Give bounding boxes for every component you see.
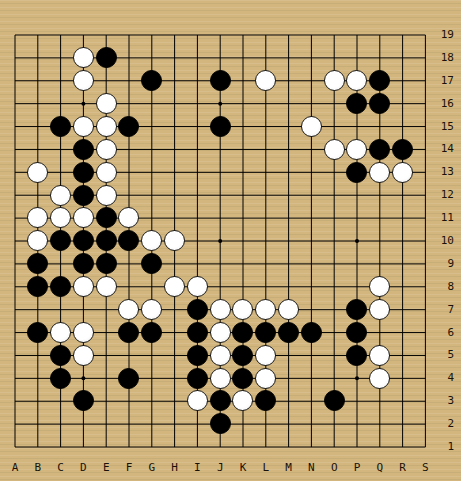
intersection-K17[interactable] bbox=[232, 69, 255, 92]
intersection-R8[interactable] bbox=[391, 275, 414, 298]
intersection-R18[interactable] bbox=[391, 46, 414, 69]
intersection-P12[interactable] bbox=[346, 184, 369, 207]
intersection-M5[interactable] bbox=[277, 344, 300, 367]
intersection-K10[interactable] bbox=[232, 229, 255, 252]
intersection-N5[interactable] bbox=[300, 344, 323, 367]
intersection-A18[interactable] bbox=[4, 46, 27, 69]
intersection-B12[interactable] bbox=[26, 184, 49, 207]
intersection-B13[interactable] bbox=[26, 161, 49, 184]
intersection-P3[interactable] bbox=[346, 390, 369, 413]
intersection-J18[interactable] bbox=[209, 46, 232, 69]
intersection-D5[interactable] bbox=[72, 344, 95, 367]
intersection-E2[interactable] bbox=[95, 412, 118, 435]
intersection-L10[interactable] bbox=[254, 229, 277, 252]
intersection-L6[interactable] bbox=[254, 321, 277, 344]
intersection-J1[interactable] bbox=[209, 435, 232, 458]
intersection-P7[interactable] bbox=[346, 298, 369, 321]
intersection-M8[interactable] bbox=[277, 275, 300, 298]
intersection-C11[interactable] bbox=[49, 207, 72, 230]
intersection-L1[interactable] bbox=[254, 435, 277, 458]
intersection-M7[interactable] bbox=[277, 298, 300, 321]
intersection-D10[interactable] bbox=[72, 229, 95, 252]
intersection-H13[interactable] bbox=[163, 161, 186, 184]
intersection-N2[interactable] bbox=[300, 412, 323, 435]
intersection-E17[interactable] bbox=[95, 69, 118, 92]
intersection-K5[interactable] bbox=[232, 344, 255, 367]
intersection-K8[interactable] bbox=[232, 275, 255, 298]
intersection-K19[interactable] bbox=[232, 24, 255, 47]
intersection-F9[interactable] bbox=[118, 252, 141, 275]
intersection-Q14[interactable] bbox=[368, 138, 391, 161]
intersection-E12[interactable] bbox=[95, 184, 118, 207]
intersection-G13[interactable] bbox=[140, 161, 163, 184]
intersection-R5[interactable] bbox=[391, 344, 414, 367]
intersection-L13[interactable] bbox=[254, 161, 277, 184]
intersection-A11[interactable] bbox=[4, 207, 27, 230]
intersection-N17[interactable] bbox=[300, 69, 323, 92]
intersection-D17[interactable] bbox=[72, 69, 95, 92]
intersection-B16[interactable] bbox=[26, 92, 49, 115]
intersection-B15[interactable] bbox=[26, 115, 49, 138]
intersection-I18[interactable] bbox=[186, 46, 209, 69]
intersection-Q8[interactable] bbox=[368, 275, 391, 298]
intersection-E4[interactable] bbox=[95, 367, 118, 390]
intersection-O11[interactable] bbox=[323, 207, 346, 230]
intersection-R2[interactable] bbox=[391, 412, 414, 435]
intersection-R1[interactable] bbox=[391, 435, 414, 458]
intersection-O13[interactable] bbox=[323, 161, 346, 184]
intersection-G9[interactable] bbox=[140, 252, 163, 275]
intersection-N14[interactable] bbox=[300, 138, 323, 161]
intersection-E15[interactable] bbox=[95, 115, 118, 138]
intersection-M13[interactable] bbox=[277, 161, 300, 184]
intersection-J3[interactable] bbox=[209, 390, 232, 413]
intersection-Q7[interactable] bbox=[368, 298, 391, 321]
intersection-D11[interactable] bbox=[72, 207, 95, 230]
intersection-E6[interactable] bbox=[95, 321, 118, 344]
intersection-C5[interactable] bbox=[49, 344, 72, 367]
intersection-B17[interactable] bbox=[26, 69, 49, 92]
intersection-J12[interactable] bbox=[209, 184, 232, 207]
intersection-Q2[interactable] bbox=[368, 412, 391, 435]
intersection-E18[interactable] bbox=[95, 46, 118, 69]
intersection-H3[interactable] bbox=[163, 390, 186, 413]
intersection-L8[interactable] bbox=[254, 275, 277, 298]
intersection-H14[interactable] bbox=[163, 138, 186, 161]
intersection-G14[interactable] bbox=[140, 138, 163, 161]
intersection-M19[interactable] bbox=[277, 24, 300, 47]
intersection-O12[interactable] bbox=[323, 184, 346, 207]
intersection-O3[interactable] bbox=[323, 390, 346, 413]
intersection-C16[interactable] bbox=[49, 92, 72, 115]
intersection-P2[interactable] bbox=[346, 412, 369, 435]
intersection-O14[interactable] bbox=[323, 138, 346, 161]
intersection-J13[interactable] bbox=[209, 161, 232, 184]
intersection-L5[interactable] bbox=[254, 344, 277, 367]
intersection-J17[interactable] bbox=[209, 69, 232, 92]
intersection-J8[interactable] bbox=[209, 275, 232, 298]
intersection-L17[interactable] bbox=[254, 69, 277, 92]
intersection-R16[interactable] bbox=[391, 92, 414, 115]
intersection-P4[interactable] bbox=[346, 367, 369, 390]
intersection-G17[interactable] bbox=[140, 69, 163, 92]
intersection-N4[interactable] bbox=[300, 367, 323, 390]
intersection-D13[interactable] bbox=[72, 161, 95, 184]
intersection-P10[interactable] bbox=[346, 229, 369, 252]
intersection-K12[interactable] bbox=[232, 184, 255, 207]
intersection-M17[interactable] bbox=[277, 69, 300, 92]
intersection-F2[interactable] bbox=[118, 412, 141, 435]
intersection-K16[interactable] bbox=[232, 92, 255, 115]
intersection-G5[interactable] bbox=[140, 344, 163, 367]
intersection-I14[interactable] bbox=[186, 138, 209, 161]
intersection-I13[interactable] bbox=[186, 161, 209, 184]
intersection-C8[interactable] bbox=[49, 275, 72, 298]
intersection-Q5[interactable] bbox=[368, 344, 391, 367]
intersection-K18[interactable] bbox=[232, 46, 255, 69]
intersection-O16[interactable] bbox=[323, 92, 346, 115]
intersection-A6[interactable] bbox=[4, 321, 27, 344]
intersection-G8[interactable] bbox=[140, 275, 163, 298]
intersection-K2[interactable] bbox=[232, 412, 255, 435]
intersection-F4[interactable] bbox=[118, 367, 141, 390]
intersection-A2[interactable] bbox=[4, 412, 27, 435]
intersection-B8[interactable] bbox=[26, 275, 49, 298]
intersection-Q11[interactable] bbox=[368, 207, 391, 230]
intersection-F1[interactable] bbox=[118, 435, 141, 458]
intersection-A19[interactable] bbox=[4, 24, 27, 47]
intersection-F8[interactable] bbox=[118, 275, 141, 298]
intersection-F19[interactable] bbox=[118, 24, 141, 47]
intersection-H11[interactable] bbox=[163, 207, 186, 230]
intersection-E8[interactable] bbox=[95, 275, 118, 298]
intersection-A10[interactable] bbox=[4, 229, 27, 252]
intersection-I5[interactable] bbox=[186, 344, 209, 367]
intersection-P17[interactable] bbox=[346, 69, 369, 92]
intersection-R7[interactable] bbox=[391, 298, 414, 321]
intersection-H16[interactable] bbox=[163, 92, 186, 115]
intersection-D4[interactable] bbox=[72, 367, 95, 390]
intersection-D8[interactable] bbox=[72, 275, 95, 298]
intersection-J7[interactable] bbox=[209, 298, 232, 321]
intersection-A13[interactable] bbox=[4, 161, 27, 184]
intersection-D1[interactable] bbox=[72, 435, 95, 458]
intersection-R14[interactable] bbox=[391, 138, 414, 161]
intersection-G16[interactable] bbox=[140, 92, 163, 115]
intersection-Q4[interactable] bbox=[368, 367, 391, 390]
intersection-E10[interactable] bbox=[95, 229, 118, 252]
intersection-K1[interactable] bbox=[232, 435, 255, 458]
intersection-Q3[interactable] bbox=[368, 390, 391, 413]
intersection-O17[interactable] bbox=[323, 69, 346, 92]
intersection-N11[interactable] bbox=[300, 207, 323, 230]
intersection-R17[interactable] bbox=[391, 69, 414, 92]
intersection-O8[interactable] bbox=[323, 275, 346, 298]
intersection-J19[interactable] bbox=[209, 24, 232, 47]
intersection-K7[interactable] bbox=[232, 298, 255, 321]
intersection-A8[interactable] bbox=[4, 275, 27, 298]
intersection-Q10[interactable] bbox=[368, 229, 391, 252]
intersection-B2[interactable] bbox=[26, 412, 49, 435]
intersection-I11[interactable] bbox=[186, 207, 209, 230]
intersection-O15[interactable] bbox=[323, 115, 346, 138]
intersection-P18[interactable] bbox=[346, 46, 369, 69]
intersection-Q12[interactable] bbox=[368, 184, 391, 207]
intersection-O5[interactable] bbox=[323, 344, 346, 367]
intersection-A3[interactable] bbox=[4, 390, 27, 413]
intersection-G1[interactable] bbox=[140, 435, 163, 458]
intersection-C19[interactable] bbox=[49, 24, 72, 47]
intersection-H2[interactable] bbox=[163, 412, 186, 435]
intersection-A16[interactable] bbox=[4, 92, 27, 115]
intersection-I17[interactable] bbox=[186, 69, 209, 92]
intersection-C14[interactable] bbox=[49, 138, 72, 161]
intersection-M18[interactable] bbox=[277, 46, 300, 69]
intersection-K4[interactable] bbox=[232, 367, 255, 390]
intersection-H6[interactable] bbox=[163, 321, 186, 344]
intersection-N12[interactable] bbox=[300, 184, 323, 207]
intersection-G3[interactable] bbox=[140, 390, 163, 413]
intersection-P16[interactable] bbox=[346, 92, 369, 115]
intersection-N1[interactable] bbox=[300, 435, 323, 458]
intersection-B7[interactable] bbox=[26, 298, 49, 321]
intersection-A14[interactable] bbox=[4, 138, 27, 161]
intersection-I10[interactable] bbox=[186, 229, 209, 252]
intersection-C1[interactable] bbox=[49, 435, 72, 458]
intersection-O9[interactable] bbox=[323, 252, 346, 275]
intersection-M2[interactable] bbox=[277, 412, 300, 435]
intersection-L15[interactable] bbox=[254, 115, 277, 138]
intersection-P13[interactable] bbox=[346, 161, 369, 184]
intersection-F17[interactable] bbox=[118, 69, 141, 92]
intersection-J9[interactable] bbox=[209, 252, 232, 275]
intersection-L14[interactable] bbox=[254, 138, 277, 161]
intersection-E7[interactable] bbox=[95, 298, 118, 321]
intersection-H10[interactable] bbox=[163, 229, 186, 252]
intersection-H9[interactable] bbox=[163, 252, 186, 275]
intersection-J15[interactable] bbox=[209, 115, 232, 138]
intersection-G11[interactable] bbox=[140, 207, 163, 230]
intersection-H7[interactable] bbox=[163, 298, 186, 321]
intersection-L12[interactable] bbox=[254, 184, 277, 207]
intersection-D19[interactable] bbox=[72, 24, 95, 47]
intersection-N18[interactable] bbox=[300, 46, 323, 69]
intersection-P6[interactable] bbox=[346, 321, 369, 344]
intersection-E19[interactable] bbox=[95, 24, 118, 47]
intersection-F3[interactable] bbox=[118, 390, 141, 413]
intersection-B4[interactable] bbox=[26, 367, 49, 390]
intersection-M4[interactable] bbox=[277, 367, 300, 390]
intersection-A7[interactable] bbox=[4, 298, 27, 321]
intersection-N13[interactable] bbox=[300, 161, 323, 184]
intersection-N7[interactable] bbox=[300, 298, 323, 321]
intersection-R15[interactable] bbox=[391, 115, 414, 138]
intersection-K9[interactable] bbox=[232, 252, 255, 275]
intersection-N6[interactable] bbox=[300, 321, 323, 344]
intersection-G2[interactable] bbox=[140, 412, 163, 435]
intersection-I4[interactable] bbox=[186, 367, 209, 390]
intersection-O2[interactable] bbox=[323, 412, 346, 435]
intersection-K3[interactable] bbox=[232, 390, 255, 413]
intersection-B10[interactable] bbox=[26, 229, 49, 252]
intersection-P19[interactable] bbox=[346, 24, 369, 47]
intersection-F13[interactable] bbox=[118, 161, 141, 184]
intersection-D6[interactable] bbox=[72, 321, 95, 344]
intersection-P5[interactable] bbox=[346, 344, 369, 367]
intersection-P9[interactable] bbox=[346, 252, 369, 275]
intersection-H19[interactable] bbox=[163, 24, 186, 47]
intersection-D14[interactable] bbox=[72, 138, 95, 161]
intersection-A15[interactable] bbox=[4, 115, 27, 138]
intersection-G10[interactable] bbox=[140, 229, 163, 252]
intersection-I6[interactable] bbox=[186, 321, 209, 344]
intersection-C4[interactable] bbox=[49, 367, 72, 390]
intersection-C2[interactable] bbox=[49, 412, 72, 435]
intersection-J4[interactable] bbox=[209, 367, 232, 390]
intersection-D12[interactable] bbox=[72, 184, 95, 207]
intersection-B9[interactable] bbox=[26, 252, 49, 275]
intersection-F10[interactable] bbox=[118, 229, 141, 252]
intersection-F7[interactable] bbox=[118, 298, 141, 321]
intersection-E14[interactable] bbox=[95, 138, 118, 161]
intersection-H5[interactable] bbox=[163, 344, 186, 367]
intersection-Q17[interactable] bbox=[368, 69, 391, 92]
intersection-Q13[interactable] bbox=[368, 161, 391, 184]
intersection-M3[interactable] bbox=[277, 390, 300, 413]
intersection-G7[interactable] bbox=[140, 298, 163, 321]
intersection-F5[interactable] bbox=[118, 344, 141, 367]
go-board[interactable] bbox=[4, 24, 437, 459]
intersection-L11[interactable] bbox=[254, 207, 277, 230]
intersection-L7[interactable] bbox=[254, 298, 277, 321]
intersection-M6[interactable] bbox=[277, 321, 300, 344]
intersection-Q1[interactable] bbox=[368, 435, 391, 458]
intersection-R3[interactable] bbox=[391, 390, 414, 413]
intersection-G15[interactable] bbox=[140, 115, 163, 138]
intersection-N9[interactable] bbox=[300, 252, 323, 275]
intersection-C7[interactable] bbox=[49, 298, 72, 321]
intersection-C15[interactable] bbox=[49, 115, 72, 138]
intersection-P15[interactable] bbox=[346, 115, 369, 138]
intersection-G19[interactable] bbox=[140, 24, 163, 47]
intersection-K15[interactable] bbox=[232, 115, 255, 138]
intersection-C17[interactable] bbox=[49, 69, 72, 92]
intersection-H17[interactable] bbox=[163, 69, 186, 92]
intersection-R11[interactable] bbox=[391, 207, 414, 230]
intersection-I2[interactable] bbox=[186, 412, 209, 435]
intersection-Q18[interactable] bbox=[368, 46, 391, 69]
intersection-R6[interactable] bbox=[391, 321, 414, 344]
intersection-M1[interactable] bbox=[277, 435, 300, 458]
intersection-F6[interactable] bbox=[118, 321, 141, 344]
intersection-G18[interactable] bbox=[140, 46, 163, 69]
intersection-F15[interactable] bbox=[118, 115, 141, 138]
intersection-K6[interactable] bbox=[232, 321, 255, 344]
intersection-I12[interactable] bbox=[186, 184, 209, 207]
intersection-J14[interactable] bbox=[209, 138, 232, 161]
intersection-L16[interactable] bbox=[254, 92, 277, 115]
intersection-O10[interactable] bbox=[323, 229, 346, 252]
intersection-E1[interactable] bbox=[95, 435, 118, 458]
intersection-B14[interactable] bbox=[26, 138, 49, 161]
intersection-R10[interactable] bbox=[391, 229, 414, 252]
intersection-H1[interactable] bbox=[163, 435, 186, 458]
intersection-I16[interactable] bbox=[186, 92, 209, 115]
intersection-C10[interactable] bbox=[49, 229, 72, 252]
intersection-L9[interactable] bbox=[254, 252, 277, 275]
intersection-M16[interactable] bbox=[277, 92, 300, 115]
intersection-Q19[interactable] bbox=[368, 24, 391, 47]
intersection-Q15[interactable] bbox=[368, 115, 391, 138]
intersection-J6[interactable] bbox=[209, 321, 232, 344]
intersection-C9[interactable] bbox=[49, 252, 72, 275]
intersection-M15[interactable] bbox=[277, 115, 300, 138]
intersection-N19[interactable] bbox=[300, 24, 323, 47]
intersection-E9[interactable] bbox=[95, 252, 118, 275]
intersection-O18[interactable] bbox=[323, 46, 346, 69]
intersection-L2[interactable] bbox=[254, 412, 277, 435]
intersection-E3[interactable] bbox=[95, 390, 118, 413]
intersection-B5[interactable] bbox=[26, 344, 49, 367]
intersection-C3[interactable] bbox=[49, 390, 72, 413]
intersection-C12[interactable] bbox=[49, 184, 72, 207]
intersection-N16[interactable] bbox=[300, 92, 323, 115]
intersection-P1[interactable] bbox=[346, 435, 369, 458]
intersection-A5[interactable] bbox=[4, 344, 27, 367]
intersection-I3[interactable] bbox=[186, 390, 209, 413]
intersection-D9[interactable] bbox=[72, 252, 95, 275]
intersection-Q16[interactable] bbox=[368, 92, 391, 115]
intersection-B19[interactable] bbox=[26, 24, 49, 47]
intersection-K11[interactable] bbox=[232, 207, 255, 230]
intersection-E11[interactable] bbox=[95, 207, 118, 230]
intersection-D7[interactable] bbox=[72, 298, 95, 321]
intersection-H8[interactable] bbox=[163, 275, 186, 298]
intersection-I15[interactable] bbox=[186, 115, 209, 138]
intersection-C18[interactable] bbox=[49, 46, 72, 69]
intersection-N10[interactable] bbox=[300, 229, 323, 252]
intersection-L4[interactable] bbox=[254, 367, 277, 390]
intersection-N15[interactable] bbox=[300, 115, 323, 138]
intersection-A9[interactable] bbox=[4, 252, 27, 275]
intersection-R12[interactable] bbox=[391, 184, 414, 207]
intersection-E13[interactable] bbox=[95, 161, 118, 184]
intersection-B1[interactable] bbox=[26, 435, 49, 458]
intersection-R9[interactable] bbox=[391, 252, 414, 275]
intersection-P14[interactable] bbox=[346, 138, 369, 161]
intersection-B6[interactable] bbox=[26, 321, 49, 344]
intersection-O19[interactable] bbox=[323, 24, 346, 47]
intersection-M12[interactable] bbox=[277, 184, 300, 207]
intersection-E16[interactable] bbox=[95, 92, 118, 115]
intersection-R13[interactable] bbox=[391, 161, 414, 184]
intersection-O6[interactable] bbox=[323, 321, 346, 344]
intersection-N3[interactable] bbox=[300, 390, 323, 413]
intersection-G12[interactable] bbox=[140, 184, 163, 207]
intersection-I7[interactable] bbox=[186, 298, 209, 321]
intersection-I9[interactable] bbox=[186, 252, 209, 275]
intersection-C13[interactable] bbox=[49, 161, 72, 184]
intersection-F14[interactable] bbox=[118, 138, 141, 161]
intersection-P8[interactable] bbox=[346, 275, 369, 298]
intersection-K14[interactable] bbox=[232, 138, 255, 161]
intersection-A12[interactable] bbox=[4, 184, 27, 207]
intersection-D2[interactable] bbox=[72, 412, 95, 435]
intersection-B18[interactable] bbox=[26, 46, 49, 69]
intersection-H4[interactable] bbox=[163, 367, 186, 390]
intersection-M9[interactable] bbox=[277, 252, 300, 275]
intersection-K13[interactable] bbox=[232, 161, 255, 184]
